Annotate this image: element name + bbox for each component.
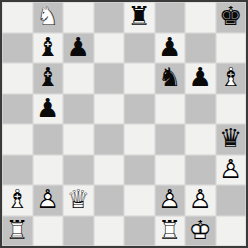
square-a6[interactable] xyxy=(2,63,33,94)
white-pawn-icon: ♙ xyxy=(189,185,212,214)
square-d1[interactable] xyxy=(94,216,125,247)
square-g2[interactable]: ♟♙ xyxy=(185,185,216,216)
square-a8[interactable] xyxy=(2,2,33,33)
white-pawn-icon: ♙ xyxy=(158,185,181,214)
square-e2[interactable] xyxy=(124,185,155,216)
white-king-icon: ♔ xyxy=(189,216,212,245)
square-f4[interactable] xyxy=(155,124,186,155)
square-c7[interactable]: ♟ xyxy=(63,33,94,64)
square-b3[interactable] xyxy=(33,155,64,186)
square-b5[interactable]: ♟ xyxy=(33,94,64,125)
black-pawn-icon: ♟ xyxy=(36,94,59,123)
square-e1[interactable] xyxy=(124,216,155,247)
black-pawn-icon: ♟ xyxy=(189,63,212,92)
black-knight-icon: ♞ xyxy=(158,63,181,92)
square-c4[interactable] xyxy=(63,124,94,155)
white-pawn-icon: ♙ xyxy=(36,185,59,214)
square-g5[interactable] xyxy=(185,94,216,125)
square-f7[interactable]: ♟ xyxy=(155,33,186,64)
square-h2[interactable] xyxy=(216,185,247,216)
square-e8[interactable]: ♜ xyxy=(124,2,155,33)
square-a7[interactable] xyxy=(2,33,33,64)
square-g7[interactable] xyxy=(185,33,216,64)
square-h6[interactable]: ♝♗ xyxy=(216,63,247,94)
square-h8[interactable]: ♚ xyxy=(216,2,247,33)
square-d8[interactable] xyxy=(94,2,125,33)
black-bishop-icon: ♝ xyxy=(36,63,59,92)
square-h5[interactable] xyxy=(216,94,247,125)
black-pawn-icon: ♟ xyxy=(67,33,90,62)
white-bishop-icon: ♗ xyxy=(219,63,242,92)
square-g4[interactable] xyxy=(185,124,216,155)
square-e6[interactable] xyxy=(124,63,155,94)
square-b8[interactable]: ♞♘ xyxy=(33,2,64,33)
square-c5[interactable] xyxy=(63,94,94,125)
square-c6[interactable] xyxy=(63,63,94,94)
square-g1[interactable]: ♚♔ xyxy=(185,216,216,247)
square-a3[interactable] xyxy=(2,155,33,186)
square-g3[interactable] xyxy=(185,155,216,186)
square-c1[interactable] xyxy=(63,216,94,247)
square-f3[interactable] xyxy=(155,155,186,186)
square-a5[interactable] xyxy=(2,94,33,125)
square-g6[interactable]: ♟ xyxy=(185,63,216,94)
white-rook-icon: ♖ xyxy=(158,216,181,245)
square-c2[interactable]: ♛♕ xyxy=(63,185,94,216)
square-h3[interactable]: ♟♙ xyxy=(216,155,247,186)
square-h4[interactable]: ♛ xyxy=(216,124,247,155)
square-b2[interactable]: ♟♙ xyxy=(33,185,64,216)
square-f8[interactable] xyxy=(155,2,186,33)
square-c3[interactable] xyxy=(63,155,94,186)
square-d3[interactable] xyxy=(94,155,125,186)
chess-board: ♞♘♜♚♝♟♟♝♞♟♝♗♟♛♟♙♝♗♟♙♛♕♟♙♟♙♜♖♜♖♚♔ xyxy=(0,0,248,248)
square-f2[interactable]: ♟♙ xyxy=(155,185,186,216)
white-knight-icon: ♘ xyxy=(36,2,59,31)
white-rook-icon: ♖ xyxy=(6,216,29,245)
black-rook-icon: ♜ xyxy=(128,2,151,31)
square-d6[interactable] xyxy=(94,63,125,94)
square-b6[interactable]: ♝ xyxy=(33,63,64,94)
square-a4[interactable] xyxy=(2,124,33,155)
square-d5[interactable] xyxy=(94,94,125,125)
square-b1[interactable] xyxy=(33,216,64,247)
black-bishop-icon: ♝ xyxy=(36,33,59,62)
square-b4[interactable] xyxy=(33,124,64,155)
square-c8[interactable] xyxy=(63,2,94,33)
square-d7[interactable] xyxy=(94,33,125,64)
square-e7[interactable] xyxy=(124,33,155,64)
square-d4[interactable] xyxy=(94,124,125,155)
white-pawn-icon: ♙ xyxy=(219,155,242,184)
square-b7[interactable]: ♝ xyxy=(33,33,64,64)
square-e4[interactable] xyxy=(124,124,155,155)
white-bishop-icon: ♗ xyxy=(6,185,29,214)
black-king-icon: ♚ xyxy=(219,2,242,31)
square-e5[interactable] xyxy=(124,94,155,125)
square-h7[interactable] xyxy=(216,33,247,64)
square-e3[interactable] xyxy=(124,155,155,186)
square-h1[interactable] xyxy=(216,216,247,247)
square-d2[interactable] xyxy=(94,185,125,216)
white-queen-icon: ♕ xyxy=(67,185,90,214)
square-f5[interactable] xyxy=(155,94,186,125)
square-g8[interactable] xyxy=(185,2,216,33)
black-queen-icon: ♛ xyxy=(219,124,242,153)
square-f6[interactable]: ♞ xyxy=(155,63,186,94)
black-pawn-icon: ♟ xyxy=(158,33,181,62)
square-a2[interactable]: ♝♗ xyxy=(2,185,33,216)
square-f1[interactable]: ♜♖ xyxy=(155,216,186,247)
square-a1[interactable]: ♜♖ xyxy=(2,216,33,247)
